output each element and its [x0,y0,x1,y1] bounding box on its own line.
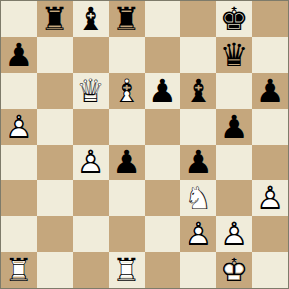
black-bishop-piece[interactable]: ♝ [73,1,109,37]
square-f6[interactable]: ♝ [180,73,216,109]
square-f7[interactable] [180,37,216,73]
pawn-icon: ♟ [145,73,181,109]
square-e4[interactable] [145,145,181,181]
white-pawn-piece[interactable]: ♟♙ [180,216,216,252]
pawn-icon: ♟ [1,37,37,73]
square-g8[interactable]: ♚ [216,1,252,37]
pawn-icon: ♙ [180,216,216,252]
pawn-icon: ♟ [216,109,252,145]
square-a8[interactable] [1,1,37,37]
square-d2[interactable] [109,216,145,252]
square-f8[interactable] [180,1,216,37]
rook-icon: ♜ [109,1,145,37]
square-c2[interactable] [73,216,109,252]
square-e2[interactable] [145,216,181,252]
square-a1[interactable]: ♜♖ [1,252,37,288]
white-pawn-piece[interactable]: ♟♙ [1,109,37,145]
bishop-icon: ♝ [180,73,216,109]
chess-board: ♜♝♜♚♟♛♛♕♝♗♟♝♟♟♙♟♟♙♟♟♞♘♟♙♟♙♟♙♜♖♜♖♚♔ [0,0,289,289]
white-queen-piece[interactable]: ♛♕ [73,73,109,109]
white-pawn-piece[interactable]: ♟♙ [216,216,252,252]
square-f3[interactable]: ♞♘ [180,180,216,216]
black-rook-piece[interactable]: ♜ [109,1,145,37]
square-b5[interactable] [37,109,73,145]
square-b1[interactable] [37,252,73,288]
chess-board-container: ♜♝♜♚♟♛♛♕♝♗♟♝♟♟♙♟♟♙♟♟♞♘♟♙♟♙♟♙♜♖♜♖♚♔ [0,0,289,289]
square-a6[interactable] [1,73,37,109]
square-g1[interactable]: ♚♔ [216,252,252,288]
square-e7[interactable] [145,37,181,73]
knight-icon: ♘ [180,180,216,216]
rook-icon: ♖ [1,252,37,288]
pawn-icon: ♙ [216,216,252,252]
square-h7[interactable] [252,37,288,73]
black-pawn-piece[interactable]: ♟ [216,109,252,145]
square-b4[interactable] [37,145,73,181]
black-pawn-piece[interactable]: ♟ [252,73,288,109]
square-c8[interactable]: ♝ [73,1,109,37]
square-g5[interactable]: ♟ [216,109,252,145]
square-d6[interactable]: ♝♗ [109,73,145,109]
square-d7[interactable] [109,37,145,73]
pawn-icon: ♟ [180,145,216,181]
black-queen-piece[interactable]: ♛ [216,37,252,73]
pawn-icon: ♟ [252,73,288,109]
square-a5[interactable]: ♟♙ [1,109,37,145]
king-icon: ♔ [216,252,252,288]
square-c5[interactable] [73,109,109,145]
square-h3[interactable]: ♟♙ [252,180,288,216]
square-d8[interactable]: ♜ [109,1,145,37]
square-d5[interactable] [109,109,145,145]
pawn-icon: ♙ [252,180,288,216]
square-b7[interactable] [37,37,73,73]
pawn-icon: ♙ [1,109,37,145]
rook-icon: ♜ [37,1,73,37]
square-e6[interactable]: ♟ [145,73,181,109]
square-h1[interactable] [252,252,288,288]
king-icon: ♚ [216,1,252,37]
black-pawn-piece[interactable]: ♟ [145,73,181,109]
square-f2[interactable]: ♟♙ [180,216,216,252]
square-a4[interactable] [1,145,37,181]
square-h4[interactable] [252,145,288,181]
square-f1[interactable] [180,252,216,288]
square-h8[interactable] [252,1,288,37]
queen-icon: ♕ [73,73,109,109]
square-a3[interactable] [1,180,37,216]
square-e3[interactable] [145,180,181,216]
square-g6[interactable] [216,73,252,109]
bishop-icon: ♗ [109,73,145,109]
square-g3[interactable] [216,180,252,216]
white-rook-piece[interactable]: ♜♖ [109,252,145,288]
square-b6[interactable] [37,73,73,109]
white-pawn-piece[interactable]: ♟♙ [73,145,109,181]
square-b3[interactable] [37,180,73,216]
square-f4[interactable]: ♟ [180,145,216,181]
bishop-icon: ♝ [73,1,109,37]
square-b2[interactable] [37,216,73,252]
black-pawn-piece[interactable]: ♟ [1,37,37,73]
square-c6[interactable]: ♛♕ [73,73,109,109]
white-pawn-piece[interactable]: ♟♙ [252,180,288,216]
square-d1[interactable]: ♜♖ [109,252,145,288]
pawn-icon: ♟ [109,145,145,181]
square-h6[interactable]: ♟ [252,73,288,109]
rook-icon: ♖ [109,252,145,288]
square-e1[interactable] [145,252,181,288]
white-king-piece[interactable]: ♚♔ [216,252,252,288]
square-e5[interactable] [145,109,181,145]
square-a2[interactable] [1,216,37,252]
square-g7[interactable]: ♛ [216,37,252,73]
black-rook-piece[interactable]: ♜ [37,1,73,37]
black-pawn-piece[interactable]: ♟ [180,145,216,181]
white-bishop-piece[interactable]: ♝♗ [109,73,145,109]
square-c3[interactable] [73,180,109,216]
square-g2[interactable]: ♟♙ [216,216,252,252]
black-king-piece[interactable]: ♚ [216,1,252,37]
square-c1[interactable] [73,252,109,288]
square-d3[interactable] [109,180,145,216]
queen-icon: ♛ [216,37,252,73]
white-rook-piece[interactable]: ♜♖ [1,252,37,288]
square-c4[interactable]: ♟♙ [73,145,109,181]
square-d4[interactable]: ♟ [109,145,145,181]
square-a7[interactable]: ♟ [1,37,37,73]
black-pawn-piece[interactable]: ♟ [109,145,145,181]
square-c7[interactable] [73,37,109,73]
black-bishop-piece[interactable]: ♝ [180,73,216,109]
pawn-icon: ♙ [73,145,109,181]
square-h5[interactable] [252,109,288,145]
square-e8[interactable] [145,1,181,37]
square-h2[interactable] [252,216,288,252]
square-f5[interactable] [180,109,216,145]
square-g4[interactable] [216,145,252,181]
square-b8[interactable]: ♜ [37,1,73,37]
white-knight-piece[interactable]: ♞♘ [180,180,216,216]
